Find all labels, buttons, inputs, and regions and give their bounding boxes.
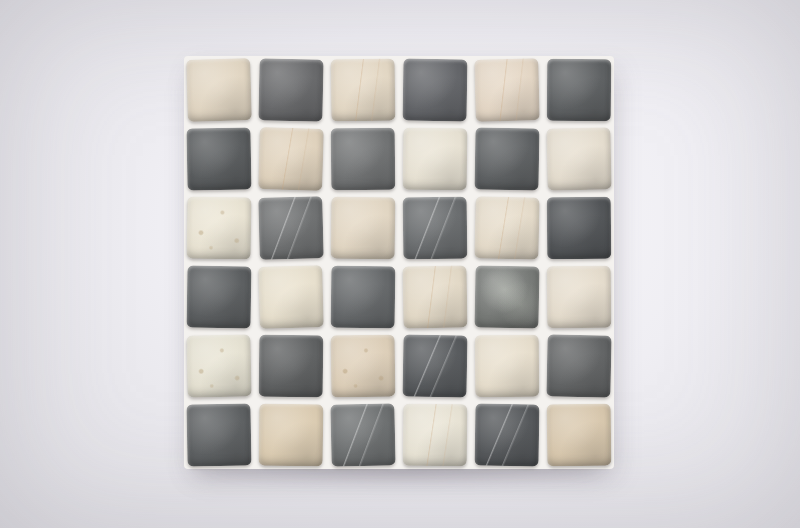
tile-r3c6-grey: [547, 197, 612, 260]
tile-r3c5-beige: [474, 196, 539, 259]
tile-r5c3-beige: [331, 335, 396, 398]
tile-r1c1-beige: [186, 58, 252, 122]
tile-r3c2-grey: [258, 196, 323, 260]
tile-r2c4-beige: [403, 128, 468, 191]
tile-r6c3-grey: [330, 403, 395, 466]
tile-r5c5-beige: [475, 335, 540, 398]
tile-r6c6-beige: [547, 404, 612, 467]
tile-r1c2-grey: [258, 58, 323, 121]
tile-r5c2-grey: [259, 335, 324, 398]
tile-r6c4-beige: [403, 404, 468, 467]
tile-r4c3-grey: [331, 266, 396, 329]
tile-r5c1-beige: [186, 334, 251, 397]
tile-r4c4-beige: [403, 266, 468, 329]
tile-r4c6-beige: [547, 266, 612, 329]
tile-r3c4-grey: [403, 197, 468, 260]
tile-r5c4-grey: [402, 334, 467, 397]
tile-r1c4-grey: [403, 59, 468, 122]
tile-r2c3-grey: [331, 128, 396, 191]
tile-r2c5-grey: [474, 127, 539, 190]
tile-r4c1-grey: [187, 266, 252, 329]
tile-r6c1-grey: [186, 403, 251, 466]
tile-r6c5-grey: [475, 404, 540, 467]
tile-r1c3-beige: [331, 59, 396, 122]
tile-r4c5-grey: [474, 265, 539, 328]
tile-r3c3-beige: [331, 197, 396, 260]
tile-r1c6-grey: [547, 59, 612, 122]
tile-r5c6-grey: [546, 334, 611, 397]
tile-r2c2-beige: [258, 127, 324, 191]
tile-r3c1-beige: [187, 197, 252, 260]
tile-r1c5-beige: [474, 58, 539, 122]
tile-r4c2-beige: [258, 265, 324, 329]
mosaic-board: [184, 56, 614, 469]
tile-r2c1-grey: [186, 127, 251, 190]
tile-r2c6-beige: [546, 127, 611, 190]
tile-r6c2-beige: [259, 404, 324, 467]
